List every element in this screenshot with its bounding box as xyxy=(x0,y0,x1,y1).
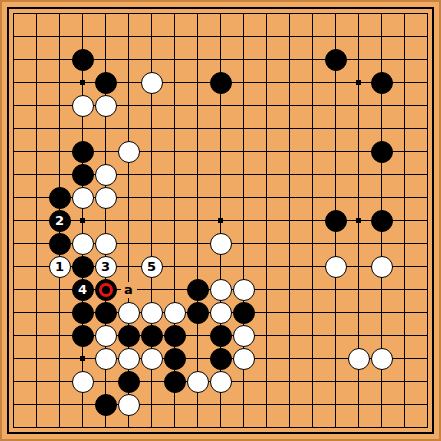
board-frame xyxy=(7,7,434,434)
go-board-diagram: 21354a xyxy=(0,0,441,441)
